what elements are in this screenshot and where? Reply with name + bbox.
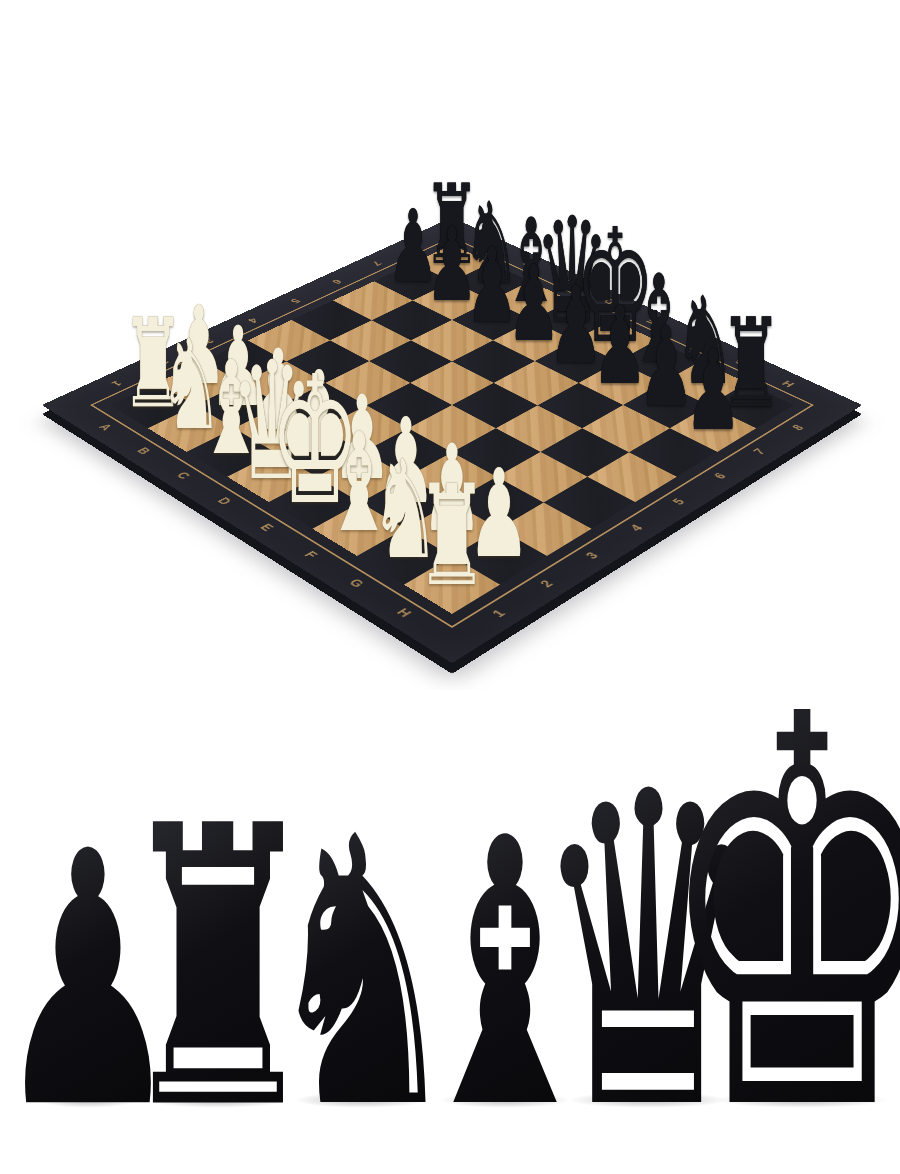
black-pieces-lineup: ♟♜♞♝♛♚ [0,690,900,1174]
chess-set-product-photo: ABCDEFGH ABCDEFGH 87654321 87654321 ♜♞♟♝… [0,0,900,1174]
chessboard-grid [110,245,794,614]
lineup-black-king: ♚ [657,603,900,1174]
board-scene: ABCDEFGH ABCDEFGH 87654321 87654321 ♜♞♟♝… [0,0,900,700]
chessboard: ABCDEFGH ABCDEFGH 87654321 87654321 [42,217,862,663]
board-perspective-wrapper: ABCDEFGH ABCDEFGH 87654321 87654321 [162,115,742,695]
